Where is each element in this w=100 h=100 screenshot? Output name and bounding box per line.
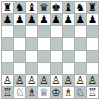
square-h2[interactable]: ♙ [87,75,98,86]
square-f1[interactable]: ♗ [63,87,74,98]
white-pawn-piece: ♙ [88,75,97,85]
square-g1[interactable]: ♘ [75,87,86,98]
square-a1[interactable]: ♖ [2,87,13,98]
square-f6[interactable] [63,26,74,37]
white-bishop-piece: ♗ [63,87,72,97]
square-b2[interactable]: ♙ [14,75,25,86]
square-e4[interactable] [51,51,62,62]
square-b8[interactable]: ♞ [14,2,25,13]
black-pawn-piece: ♟ [63,14,72,24]
square-c2[interactable]: ♙ [26,75,37,86]
white-king-piece: ♔ [51,87,60,97]
white-knight-piece: ♘ [76,87,85,97]
white-rook-piece: ♖ [3,87,12,97]
chess-board: ♜♞♝♛♚♝♞♜♟♟♟♟♟♟♟♟♙♙♙♙♙♙♙♙♖♘♗♕♔♗♘♖ [1,1,99,99]
square-h7[interactable]: ♟ [87,14,98,25]
white-rook-piece: ♖ [88,87,97,97]
square-a8[interactable]: ♜ [2,2,13,13]
square-c1[interactable]: ♗ [26,87,37,98]
black-rook-piece: ♜ [3,2,12,12]
square-a7[interactable]: ♟ [2,14,13,25]
square-a6[interactable] [2,26,13,37]
white-knight-piece: ♘ [15,87,24,97]
square-e6[interactable] [51,26,62,37]
square-f5[interactable] [63,38,74,49]
square-c6[interactable] [26,26,37,37]
square-d3[interactable] [38,63,49,74]
black-pawn-piece: ♟ [27,14,36,24]
square-g6[interactable] [75,26,86,37]
square-d8[interactable]: ♛ [38,2,49,13]
square-e1[interactable]: ♔ [51,87,62,98]
white-pawn-piece: ♙ [15,75,24,85]
square-h6[interactable] [87,26,98,37]
square-h8[interactable]: ♜ [87,2,98,13]
white-bishop-piece: ♗ [27,87,36,97]
square-b4[interactable] [14,51,25,62]
square-g5[interactable] [75,38,86,49]
black-knight-piece: ♞ [15,2,24,12]
square-f7[interactable]: ♟ [63,14,74,25]
square-c8[interactable]: ♝ [26,2,37,13]
chess-board-container: ♜♞♝♛♚♝♞♜♟♟♟♟♟♟♟♟♙♙♙♙♙♙♙♙♖♘♗♕♔♗♘♖ [0,0,100,100]
black-pawn-piece: ♟ [88,14,97,24]
square-d2[interactable]: ♙ [38,75,49,86]
black-pawn-piece: ♟ [39,14,48,24]
square-e3[interactable] [51,63,62,74]
white-pawn-piece: ♙ [76,75,85,85]
square-b6[interactable] [14,26,25,37]
square-c4[interactable] [26,51,37,62]
black-pawn-piece: ♟ [51,14,60,24]
square-b7[interactable]: ♟ [14,14,25,25]
black-pawn-piece: ♟ [3,14,12,24]
square-a4[interactable] [2,51,13,62]
square-g7[interactable]: ♟ [75,14,86,25]
square-a3[interactable] [2,63,13,74]
square-h3[interactable] [87,63,98,74]
white-pawn-piece: ♙ [27,75,36,85]
black-bishop-piece: ♝ [63,2,72,12]
square-c7[interactable]: ♟ [26,14,37,25]
black-king-piece: ♚ [51,2,60,12]
white-pawn-piece: ♙ [3,75,12,85]
square-d4[interactable] [38,51,49,62]
square-g2[interactable]: ♙ [75,75,86,86]
square-e5[interactable] [51,38,62,49]
square-f8[interactable]: ♝ [63,2,74,13]
black-pawn-piece: ♟ [15,14,24,24]
square-c3[interactable] [26,63,37,74]
square-f4[interactable] [63,51,74,62]
square-h1[interactable]: ♖ [87,87,98,98]
black-queen-piece: ♛ [39,2,48,12]
square-e7[interactable]: ♟ [51,14,62,25]
square-d5[interactable] [38,38,49,49]
square-d1[interactable]: ♕ [38,87,49,98]
square-f3[interactable] [63,63,74,74]
square-a5[interactable] [2,38,13,49]
square-e2[interactable]: ♙ [51,75,62,86]
square-b1[interactable]: ♘ [14,87,25,98]
black-bishop-piece: ♝ [27,2,36,12]
square-h4[interactable] [87,51,98,62]
square-g8[interactable]: ♞ [75,2,86,13]
white-pawn-piece: ♙ [39,75,48,85]
square-d7[interactable]: ♟ [38,14,49,25]
black-rook-piece: ♜ [88,2,97,12]
white-queen-piece: ♕ [39,87,48,97]
black-knight-piece: ♞ [76,2,85,12]
square-b5[interactable] [14,38,25,49]
square-c5[interactable] [26,38,37,49]
white-pawn-piece: ♙ [63,75,72,85]
square-f2[interactable]: ♙ [63,75,74,86]
square-h5[interactable] [87,38,98,49]
square-d6[interactable] [38,26,49,37]
square-e8[interactable]: ♚ [51,2,62,13]
white-pawn-piece: ♙ [51,75,60,85]
square-b3[interactable] [14,63,25,74]
square-g4[interactable] [75,51,86,62]
square-a2[interactable]: ♙ [2,75,13,86]
square-g3[interactable] [75,63,86,74]
black-pawn-piece: ♟ [76,14,85,24]
